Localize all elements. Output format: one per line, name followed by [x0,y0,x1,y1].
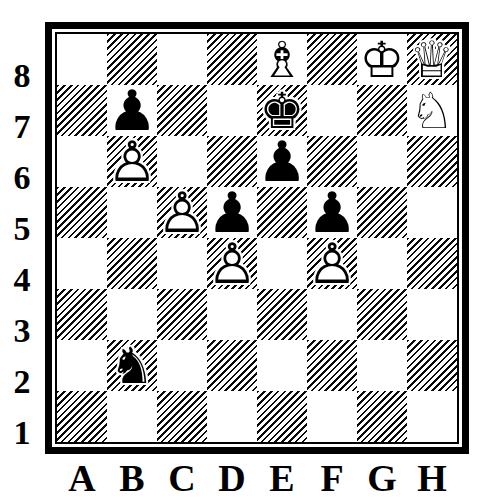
square-e5 [257,187,307,238]
rank-label-5: 5 [2,203,42,254]
square-d4: ♟♙ [207,238,257,289]
square-h1 [407,391,457,442]
square-f7 [307,85,357,136]
white-queen-h8: ♛♕ [407,34,457,85]
rank-label-1: 1 [2,407,42,458]
square-f3 [307,289,357,340]
square-e2 [257,340,307,391]
white-piece-outline-layer: ♕ [407,34,457,85]
square-e3 [257,289,307,340]
square-a7 [57,85,107,136]
white-pawn-f4: ♟♙ [307,238,357,289]
square-g3 [357,289,407,340]
square-c1 [157,391,207,442]
rank-label-8: 8 [2,50,42,101]
white-piece-outline-layer: ♘ [407,85,457,136]
square-h4 [407,238,457,289]
black-piece-glyph: ♟ [257,136,307,187]
square-e6: ♟ [257,136,307,187]
square-d1 [207,391,257,442]
black-piece-glyph: ♞ [107,340,157,391]
square-d8 [207,34,257,85]
square-b1 [107,391,157,442]
white-piece-outline-layer: ♗ [257,34,307,85]
square-g5 [357,187,407,238]
square-f1 [307,391,357,442]
white-bishop-e8: ♝♗ [257,34,307,85]
square-c3 [157,289,207,340]
square-c7 [157,85,207,136]
white-knight-h7: ♞♘ [407,85,457,136]
white-piece-outline-layer: ♙ [207,238,257,289]
chess-diagram: 87654321 ♝♗♚♔♛♕♟♚♞♘♟♙♟♟♙♟♟♟♙♟♙♞ ABCDEFGH [0,0,500,500]
white-piece-outline-layer: ♙ [157,187,207,238]
square-b6: ♟♙ [107,136,157,187]
black-knight-b2: ♞ [107,340,157,391]
black-pawn-e6: ♟ [257,136,307,187]
square-g6 [357,136,407,187]
rank-label-4: 4 [2,254,42,305]
square-b2: ♞ [107,340,157,391]
file-label-f: F [307,458,357,498]
square-b3 [107,289,157,340]
white-pawn-b6: ♟♙ [107,136,157,187]
square-c2 [157,340,207,391]
square-d3 [207,289,257,340]
square-a1 [57,391,107,442]
square-g7 [357,85,407,136]
file-label-a: A [57,458,107,498]
square-a5 [57,187,107,238]
square-h3 [407,289,457,340]
square-h5 [407,187,457,238]
file-label-e: E [257,458,307,498]
white-king-g8: ♚♔ [357,34,407,85]
white-piece-outline-layer: ♙ [307,238,357,289]
file-label-g: G [357,458,407,498]
square-d2 [207,340,257,391]
rank-label-3: 3 [2,305,42,356]
square-f4: ♟♙ [307,238,357,289]
square-g1 [357,391,407,442]
square-g4 [357,238,407,289]
board-inner-border: ♝♗♚♔♛♕♟♚♞♘♟♙♟♟♙♟♟♟♙♟♙♞ [55,32,459,444]
square-h7: ♞♘ [407,85,457,136]
square-e1 [257,391,307,442]
board-frame: ♝♗♚♔♛♕♟♚♞♘♟♙♟♟♙♟♟♟♙♟♙♞ [45,22,469,454]
square-b5 [107,187,157,238]
square-c4 [157,238,207,289]
file-label-b: B [107,458,157,498]
square-f8 [307,34,357,85]
square-g8: ♚♔ [357,34,407,85]
square-f2 [307,340,357,391]
square-a3 [57,289,107,340]
square-e4 [257,238,307,289]
square-g2 [357,340,407,391]
square-h6 [407,136,457,187]
white-piece-outline-layer: ♙ [107,136,157,187]
square-a4 [57,238,107,289]
rank-label-7: 7 [2,101,42,152]
square-c8 [157,34,207,85]
file-label-h: H [407,458,457,498]
rank-label-2: 2 [2,356,42,407]
square-h2 [407,340,457,391]
white-piece-outline-layer: ♔ [357,34,407,85]
square-h8: ♛♕ [407,34,457,85]
file-label-c: C [157,458,207,498]
white-pawn-c5: ♟♙ [157,187,207,238]
chess-board: ♝♗♚♔♛♕♟♚♞♘♟♙♟♟♙♟♟♟♙♟♙♞ [57,34,457,442]
square-a2 [57,340,107,391]
file-label-d: D [207,458,257,498]
square-c5: ♟♙ [157,187,207,238]
rank-labels: 87654321 [2,34,42,442]
square-b4 [107,238,157,289]
square-e8: ♝♗ [257,34,307,85]
white-pawn-d4: ♟♙ [207,238,257,289]
square-a6 [57,136,107,187]
rank-label-6: 6 [2,152,42,203]
square-d7 [207,85,257,136]
square-a8 [57,34,107,85]
file-labels: ABCDEFGH [57,458,457,498]
